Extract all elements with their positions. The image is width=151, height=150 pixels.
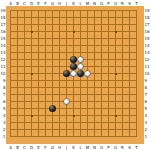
coordinate-label: 9 bbox=[0, 78, 6, 83]
coordinate-label: F bbox=[42, 1, 49, 6]
coordinate-label: S bbox=[126, 145, 133, 150]
coordinate-label: R bbox=[119, 145, 126, 150]
coordinate-label: 10 bbox=[0, 71, 6, 76]
coordinate-label: M bbox=[84, 1, 91, 6]
star-point bbox=[31, 31, 33, 33]
black-stone[interactable] bbox=[77, 70, 84, 77]
coordinate-label: 1 bbox=[145, 134, 151, 139]
coordinate-label: 4 bbox=[0, 113, 6, 118]
grid-hline bbox=[10, 122, 137, 123]
white-stone[interactable] bbox=[63, 98, 70, 105]
white-stone[interactable] bbox=[84, 70, 91, 77]
coordinate-label: R bbox=[119, 1, 126, 6]
coordinate-label: 18 bbox=[0, 15, 6, 20]
star-point bbox=[115, 73, 117, 75]
star-point bbox=[73, 115, 75, 117]
black-stone[interactable] bbox=[49, 105, 56, 112]
grid-hline bbox=[10, 80, 137, 81]
coordinate-label: 5 bbox=[0, 106, 6, 111]
coordinate-label: D bbox=[28, 145, 35, 150]
coordinate-label: 19 bbox=[145, 8, 151, 13]
coordinate-label: 3 bbox=[0, 120, 6, 125]
coordinate-label: N bbox=[91, 145, 98, 150]
coordinate-label: H bbox=[56, 145, 63, 150]
coordinate-label: 19 bbox=[0, 8, 6, 13]
grid-hline bbox=[10, 87, 137, 88]
coordinate-label: P bbox=[105, 1, 112, 6]
coordinate-label: O bbox=[98, 145, 105, 150]
coordinate-label: M bbox=[84, 145, 91, 150]
coordinate-label: B bbox=[14, 1, 21, 6]
coordinate-label: A bbox=[7, 1, 14, 6]
coordinate-label: C bbox=[21, 145, 28, 150]
coordinate-label: 3 bbox=[145, 120, 151, 125]
coordinate-label: 6 bbox=[0, 99, 6, 104]
coordinate-label: 15 bbox=[0, 36, 6, 41]
coordinate-label: J bbox=[63, 1, 70, 6]
grid-hline bbox=[10, 136, 137, 137]
coordinate-label: 2 bbox=[145, 127, 151, 132]
coordinate-label: T bbox=[133, 145, 140, 150]
coordinate-label: 15 bbox=[145, 36, 151, 41]
coordinate-label: 6 bbox=[145, 99, 151, 104]
coordinate-label: 11 bbox=[0, 64, 6, 69]
white-stone[interactable] bbox=[77, 63, 84, 70]
coordinate-label: F bbox=[42, 145, 49, 150]
grid-vline bbox=[101, 10, 102, 137]
coordinate-label: L bbox=[77, 1, 84, 6]
coordinate-label: S bbox=[126, 1, 133, 6]
coordinate-label: B bbox=[14, 145, 21, 150]
grid-vline bbox=[108, 10, 109, 137]
grid-vline bbox=[122, 10, 123, 137]
coordinate-label: C bbox=[21, 1, 28, 6]
coordinate-label: 8 bbox=[0, 85, 6, 90]
black-stone[interactable] bbox=[70, 63, 77, 70]
coordinate-label: 10 bbox=[145, 71, 151, 76]
star-point bbox=[115, 115, 117, 117]
coordinate-label: 1 bbox=[0, 134, 6, 139]
star-point bbox=[31, 73, 33, 75]
coordinate-label: 14 bbox=[0, 43, 6, 48]
coordinate-label: 18 bbox=[145, 15, 151, 20]
grid-vline bbox=[129, 10, 130, 137]
coordinate-label: Q bbox=[112, 145, 119, 150]
coordinate-label: 13 bbox=[0, 50, 6, 55]
coordinate-label: 17 bbox=[0, 22, 6, 27]
coordinate-label: 2 bbox=[0, 127, 6, 132]
black-stone[interactable] bbox=[63, 70, 70, 77]
coordinate-label: E bbox=[35, 1, 42, 6]
coordinate-label: 12 bbox=[145, 57, 151, 62]
coordinate-label: 16 bbox=[0, 29, 6, 34]
coordinate-label: G bbox=[49, 145, 56, 150]
coordinate-label: 17 bbox=[145, 22, 151, 27]
coordinate-label: G bbox=[49, 1, 56, 6]
coordinate-label: 11 bbox=[145, 64, 151, 69]
star-point bbox=[115, 31, 117, 33]
grid-vline bbox=[94, 10, 95, 137]
coordinate-label: 5 bbox=[145, 106, 151, 111]
coordinate-label: 4 bbox=[145, 113, 151, 118]
coordinate-label: D bbox=[28, 1, 35, 6]
grid-hline bbox=[10, 129, 137, 130]
coordinate-label: L bbox=[77, 145, 84, 150]
coordinate-label: A bbox=[7, 145, 14, 150]
go-board[interactable]: ABCDEFGHJKLMNOPQRST ABCDEFGHJKLMNOPQRST … bbox=[0, 0, 150, 150]
white-stone[interactable] bbox=[77, 56, 84, 63]
star-point bbox=[31, 115, 33, 117]
coordinate-label: T bbox=[133, 1, 140, 6]
coordinate-label: N bbox=[91, 1, 98, 6]
coordinate-label: 7 bbox=[145, 92, 151, 97]
coordinate-label: J bbox=[63, 145, 70, 150]
coordinate-label: H bbox=[56, 1, 63, 6]
coordinate-label: 9 bbox=[145, 78, 151, 83]
grid-vline bbox=[136, 10, 137, 137]
coordinate-label: P bbox=[105, 145, 112, 150]
grid-hline bbox=[10, 108, 137, 109]
grid-hline bbox=[10, 94, 137, 95]
coordinate-label: 8 bbox=[145, 85, 151, 90]
coordinate-label: 14 bbox=[145, 43, 151, 48]
white-stone[interactable] bbox=[70, 70, 77, 77]
coordinate-label: 12 bbox=[0, 57, 6, 62]
coordinate-label: E bbox=[35, 145, 42, 150]
coordinate-label: 13 bbox=[145, 50, 151, 55]
grid-hline bbox=[10, 101, 137, 102]
coordinate-label: K bbox=[70, 1, 77, 6]
coordinate-label: K bbox=[70, 145, 77, 150]
coordinate-label: 16 bbox=[145, 29, 151, 34]
coordinate-label: Q bbox=[112, 1, 119, 6]
star-point bbox=[73, 31, 75, 33]
black-stone[interactable] bbox=[70, 56, 77, 63]
coordinate-label: 7 bbox=[0, 92, 6, 97]
coordinate-label: O bbox=[98, 1, 105, 6]
